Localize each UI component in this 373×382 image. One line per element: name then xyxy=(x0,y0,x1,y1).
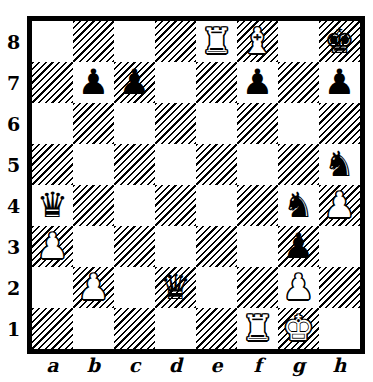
square-d4[interactable] xyxy=(155,185,196,226)
square-a6[interactable] xyxy=(32,103,73,144)
square-d8[interactable] xyxy=(155,21,196,62)
piece-bK-h8: ♚ xyxy=(324,21,355,62)
square-d3[interactable] xyxy=(155,226,196,267)
file-label-g: g xyxy=(278,354,319,376)
rank-label-6: 6 xyxy=(3,103,24,144)
file-label-c: c xyxy=(114,354,155,376)
square-f6[interactable] xyxy=(237,103,278,144)
square-c3[interactable] xyxy=(114,226,155,267)
square-b8[interactable] xyxy=(73,21,114,62)
piece-bP-h7: ♟ xyxy=(324,62,355,103)
square-e8[interactable]: ♜ xyxy=(196,21,237,62)
square-a5[interactable] xyxy=(32,144,73,185)
piece-bP-c7: ♟ xyxy=(119,62,150,103)
piece-wR-f1: ♜ xyxy=(242,308,273,349)
square-g5[interactable] xyxy=(278,144,319,185)
square-e6[interactable] xyxy=(196,103,237,144)
file-label-h: h xyxy=(319,354,360,376)
square-d5[interactable] xyxy=(155,144,196,185)
file-labels: abcdefgh xyxy=(32,354,360,376)
square-f8[interactable]: ♝ xyxy=(237,21,278,62)
square-b1[interactable] xyxy=(73,308,114,349)
square-f3[interactable] xyxy=(237,226,278,267)
square-g8[interactable] xyxy=(278,21,319,62)
rank-labels: 87654321 xyxy=(3,21,24,349)
square-e5[interactable] xyxy=(196,144,237,185)
piece-wP-b2: ♟ xyxy=(78,267,109,308)
square-g1[interactable]: ♚ xyxy=(278,308,319,349)
square-h8[interactable]: ♚ xyxy=(319,21,360,62)
square-c4[interactable] xyxy=(114,185,155,226)
piece-bP-b7: ♟ xyxy=(78,62,109,103)
square-f2[interactable] xyxy=(237,267,278,308)
square-b7[interactable]: ♟ xyxy=(73,62,114,103)
square-b4[interactable] xyxy=(73,185,114,226)
file-label-f: f xyxy=(237,354,278,376)
square-f4[interactable] xyxy=(237,185,278,226)
square-d1[interactable] xyxy=(155,308,196,349)
square-b2[interactable]: ♟ xyxy=(73,267,114,308)
square-c2[interactable] xyxy=(114,267,155,308)
square-f1[interactable]: ♜ xyxy=(237,308,278,349)
square-a1[interactable] xyxy=(32,308,73,349)
square-a4[interactable]: ♛ xyxy=(32,185,73,226)
square-h1[interactable] xyxy=(319,308,360,349)
rank-label-3: 3 xyxy=(3,226,24,267)
piece-wB-f8: ♝ xyxy=(242,21,273,62)
piece-bN-g4: ♞ xyxy=(283,185,314,226)
piece-wR-e8: ♜ xyxy=(201,21,232,62)
rank-label-2: 2 xyxy=(3,267,24,308)
file-label-a: a xyxy=(32,354,73,376)
piece-bP-g3: ♟ xyxy=(283,226,314,267)
rank-label-1: 1 xyxy=(3,308,24,349)
square-b5[interactable] xyxy=(73,144,114,185)
square-g2[interactable]: ♟ xyxy=(278,267,319,308)
square-h4[interactable]: ♟ xyxy=(319,185,360,226)
piece-wP-h4: ♟ xyxy=(324,185,355,226)
square-c1[interactable] xyxy=(114,308,155,349)
square-h5[interactable]: ♞ xyxy=(319,144,360,185)
rank-label-5: 5 xyxy=(3,144,24,185)
square-f7[interactable]: ♟ xyxy=(237,62,278,103)
square-a3[interactable]: ♟ xyxy=(32,226,73,267)
square-h7[interactable]: ♟ xyxy=(319,62,360,103)
square-g3[interactable]: ♟ xyxy=(278,226,319,267)
square-c5[interactable] xyxy=(114,144,155,185)
rank-label-4: 4 xyxy=(3,185,24,226)
square-e7[interactable] xyxy=(196,62,237,103)
piece-bN-h5: ♞ xyxy=(324,144,355,185)
square-c8[interactable] xyxy=(114,21,155,62)
piece-wK-g1: ♚ xyxy=(283,308,314,349)
chess-diagram: 87654321 ♜♝♚♟♟♟♟♞♛♞♟♟♟♟♛♟♜♚ abcdefgh xyxy=(0,0,373,382)
file-label-d: d xyxy=(155,354,196,376)
file-label-b: b xyxy=(73,354,114,376)
square-e3[interactable] xyxy=(196,226,237,267)
square-a8[interactable] xyxy=(32,21,73,62)
square-a7[interactable] xyxy=(32,62,73,103)
rank-label-8: 8 xyxy=(3,21,24,62)
piece-bQ-a4: ♛ xyxy=(37,185,68,226)
piece-bQ-d2: ♛ xyxy=(160,267,191,308)
square-e4[interactable] xyxy=(196,185,237,226)
square-f5[interactable] xyxy=(237,144,278,185)
square-e2[interactable] xyxy=(196,267,237,308)
piece-bP-f7: ♟ xyxy=(242,62,273,103)
square-h3[interactable] xyxy=(319,226,360,267)
square-c6[interactable] xyxy=(114,103,155,144)
square-e1[interactable] xyxy=(196,308,237,349)
square-h2[interactable] xyxy=(319,267,360,308)
square-c7[interactable]: ♟ xyxy=(114,62,155,103)
square-d2[interactable]: ♛ xyxy=(155,267,196,308)
square-g6[interactable] xyxy=(278,103,319,144)
rank-label-7: 7 xyxy=(3,62,24,103)
square-h6[interactable] xyxy=(319,103,360,144)
file-label-e: e xyxy=(196,354,237,376)
square-d6[interactable] xyxy=(155,103,196,144)
square-b6[interactable] xyxy=(73,103,114,144)
square-g7[interactable] xyxy=(278,62,319,103)
square-d7[interactable] xyxy=(155,62,196,103)
square-g4[interactable]: ♞ xyxy=(278,185,319,226)
square-b3[interactable] xyxy=(73,226,114,267)
square-a2[interactable] xyxy=(32,267,73,308)
piece-wP-g2: ♟ xyxy=(283,267,314,308)
piece-wP-a3: ♟ xyxy=(37,226,68,267)
chess-board: ♜♝♚♟♟♟♟♞♛♞♟♟♟♟♛♟♜♚ xyxy=(27,16,365,354)
